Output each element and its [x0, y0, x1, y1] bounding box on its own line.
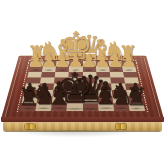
square [37, 96, 53, 103]
square [83, 96, 98, 103]
square [83, 103, 99, 110]
square [36, 103, 52, 110]
square [128, 103, 145, 110]
square [112, 96, 128, 103]
board-frame [1, 55, 164, 119]
square [97, 96, 113, 103]
folding-box-side [3, 122, 162, 131]
ground-shadow [0, 130, 165, 140]
square [113, 103, 129, 110]
square [127, 96, 143, 103]
square [20, 103, 37, 110]
brass-clasp-icon [25, 124, 35, 129]
board-grid [20, 61, 145, 111]
square [98, 103, 114, 110]
square [67, 96, 82, 103]
square [21, 96, 37, 103]
square [52, 96, 68, 103]
brass-clasp-icon [116, 124, 126, 129]
square [67, 103, 83, 110]
square [51, 103, 67, 110]
inlay-border [17, 60, 149, 112]
chess-set-product-photo: ♜♞♝♛♚♝♞♜♟♟♟♟♟♟♟♟♟♟♟♟♟♟♟♟♜♞♝♛♚♝♞♜ [0, 0, 165, 165]
chess-board [1, 55, 164, 119]
